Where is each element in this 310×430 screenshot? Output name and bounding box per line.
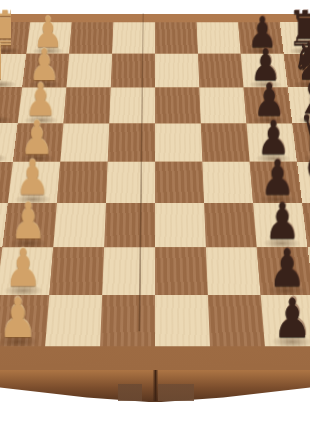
- board-grid: ♜♟♟♜♞♟♟♞♝♟♟♝♛♟♟♛♚♟♟♚♝♟♟♝♞♟♟♞♜♟♟♜: [0, 22, 310, 346]
- piece-black-rook-h8[interactable]: ♜: [300, 284, 310, 346]
- square-f5[interactable]: [155, 203, 206, 247]
- chess-board: ♜♟♟♜♞♟♟♞♝♟♟♝♛♟♟♛♚♟♟♚♝♟♟♝♞♟♟♞♜♟♟♜: [0, 14, 310, 372]
- square-d4[interactable]: [108, 123, 155, 161]
- square-d5[interactable]: [155, 123, 202, 161]
- square-b4[interactable]: [111, 54, 155, 88]
- square-b5[interactable]: [155, 54, 199, 88]
- square-c5[interactable]: [155, 87, 201, 123]
- square-a4[interactable]: [112, 22, 155, 54]
- square-a5[interactable]: [155, 22, 198, 54]
- piece-white-pawn-h2[interactable]: ♟: [0, 291, 65, 345]
- chess-photo-stage: ♜♟♟♜♞♟♟♞♝♟♟♝♛♟♟♛♚♟♟♚♝♟♟♝♞♟♟♞♜♟♟♜: [0, 0, 310, 430]
- board-perspective-wrapper: ♜♟♟♜♞♟♟♞♝♟♟♝♛♟♟♛♚♟♟♚♝♟♟♝♞♟♟♞♜♟♟♜: [0, 0, 310, 430]
- board-fold-seam-front: [153, 370, 158, 401]
- square-c4[interactable]: [109, 87, 155, 123]
- square-e5[interactable]: [155, 162, 204, 203]
- square-h4[interactable]: [100, 295, 155, 346]
- square-f4[interactable]: [104, 203, 155, 247]
- square-h2[interactable]: ♟: [0, 295, 49, 346]
- square-g4[interactable]: [102, 247, 155, 295]
- square-h5[interactable]: [155, 295, 210, 346]
- square-e4[interactable]: [106, 162, 155, 203]
- square-g5[interactable]: [155, 247, 208, 295]
